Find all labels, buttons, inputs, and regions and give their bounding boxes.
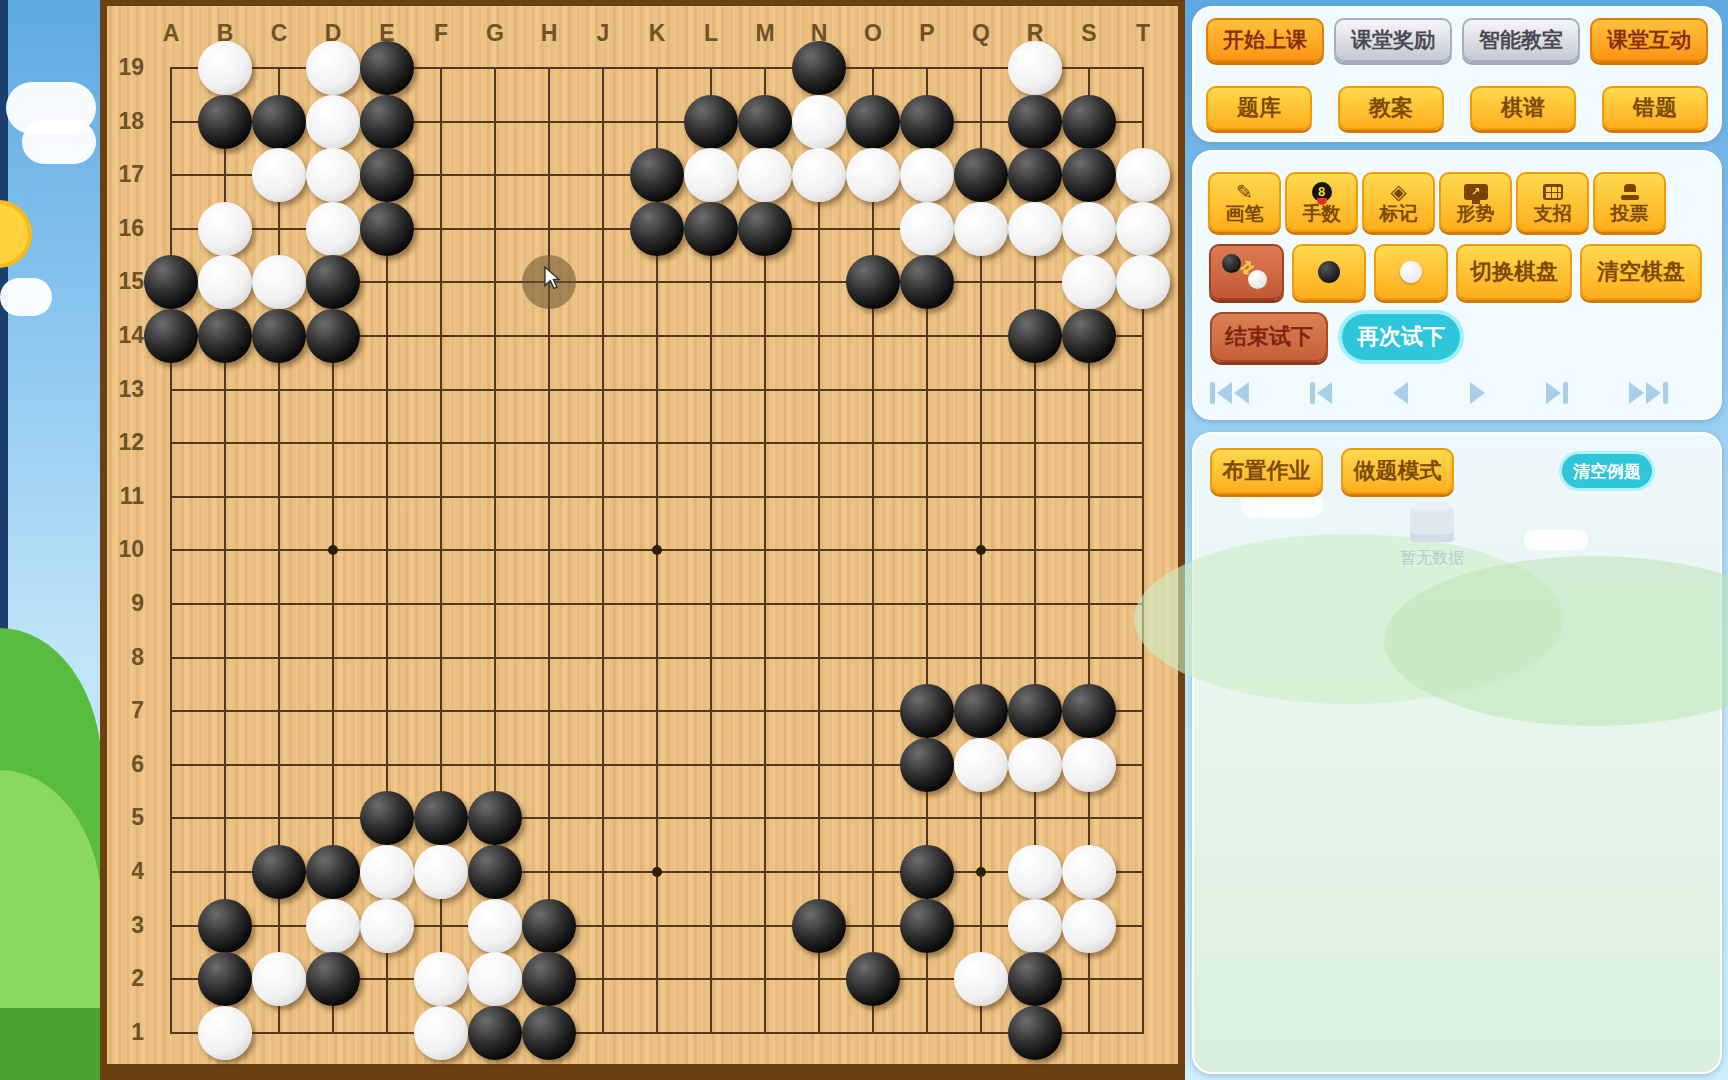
- skip-to-end-button[interactable]: [1629, 378, 1668, 408]
- black-stone: [360, 202, 414, 256]
- column-coordinate: C: [259, 20, 299, 47]
- black-stone: [792, 899, 846, 953]
- grid-line-horizontal: [170, 657, 1144, 659]
- row-coordinate: 16: [102, 215, 144, 242]
- white-stone: [1062, 845, 1116, 899]
- white-stone: [414, 845, 468, 899]
- territory-icon: ↗: [1464, 184, 1488, 200]
- mark-icon: ◈: [1390, 181, 1406, 203]
- start-class-button[interactable]: 开始上课: [1206, 18, 1324, 62]
- switch-board-button[interactable]: 切换棋盘: [1456, 244, 1572, 300]
- mark-button[interactable]: ◈ 标记: [1362, 172, 1435, 232]
- row-coordinate: 14: [102, 322, 144, 349]
- stone-select-row: ⇄ 切换棋盘 清空棋盘: [1209, 244, 1702, 300]
- assign-homework-button[interactable]: 布置作业: [1210, 448, 1323, 494]
- homework-panel: 布置作业 做题模式 清空例题 暂无数据: [1192, 432, 1722, 1074]
- column-coordinate: F: [421, 20, 461, 47]
- black-stone: [900, 255, 954, 309]
- tool-buttons-row: ✎ 画笔 8 手数 ◈ 标记 ↗ 形势 支招 投票: [1208, 172, 1666, 232]
- vote-button[interactable]: 投票: [1593, 172, 1666, 232]
- black-stone: [1008, 95, 1062, 149]
- class-reward-button[interactable]: 课堂奖励: [1334, 18, 1452, 62]
- cloud-illustration: [1240, 492, 1324, 518]
- column-coordinate: J: [583, 20, 623, 47]
- smart-classroom-button[interactable]: 智能教室: [1462, 18, 1580, 62]
- white-stone: [846, 148, 900, 202]
- grid-line-horizontal: [170, 442, 1144, 444]
- row-coordinate: 9: [102, 590, 144, 617]
- star-point: [652, 867, 662, 877]
- row-coordinate: 1: [102, 1019, 144, 1046]
- cloud-decoration: [0, 278, 52, 316]
- black-stone: [252, 95, 306, 149]
- black-stone: [954, 684, 1008, 738]
- black-stone: [468, 791, 522, 845]
- black-stone: [522, 899, 576, 953]
- classroom-row-1: 开始上课 课堂奖励 智能教室 课堂互动: [1206, 18, 1708, 62]
- black-stone: [1062, 309, 1116, 363]
- step-forward-many-button[interactable]: [1546, 378, 1568, 408]
- white-stone: [306, 899, 360, 953]
- row-coordinate: 10: [102, 536, 144, 563]
- white-stone: [1062, 202, 1116, 256]
- white-stone: [1062, 255, 1116, 309]
- black-stone: [252, 845, 306, 899]
- white-stone: [1062, 738, 1116, 792]
- column-coordinate: P: [907, 20, 947, 47]
- hint-icon: [1543, 184, 1563, 200]
- black-stone: [630, 202, 684, 256]
- clear-board-button[interactable]: 清空棋盘: [1580, 244, 1702, 300]
- cloud-illustration: [1524, 530, 1588, 550]
- white-stone: [360, 899, 414, 953]
- territory-label: 形势: [1457, 204, 1495, 224]
- white-stone: [1008, 738, 1062, 792]
- column-coordinate: S: [1069, 20, 1109, 47]
- black-stone: [1008, 684, 1062, 738]
- black-stone: [306, 309, 360, 363]
- star-point: [976, 867, 986, 877]
- black-stone: [684, 95, 738, 149]
- practice-mode-button[interactable]: 做题模式: [1341, 448, 1454, 494]
- black-stone: [900, 684, 954, 738]
- black-stone: [1008, 1006, 1062, 1060]
- row-coordinate: 18: [102, 108, 144, 135]
- row-coordinate: 7: [102, 697, 144, 724]
- white-stone: [1008, 899, 1062, 953]
- empty-state-icon: [1410, 508, 1454, 542]
- grid-line-horizontal: [170, 817, 1144, 819]
- brush-button[interactable]: ✎ 画笔: [1208, 172, 1281, 232]
- white-stone: [468, 899, 522, 953]
- white-stone: [1116, 255, 1170, 309]
- vote-icon: [1621, 184, 1639, 200]
- black-stone: [630, 148, 684, 202]
- trial-row: 结束试下 再次试下: [1210, 312, 1460, 362]
- row-coordinate: 2: [102, 965, 144, 992]
- pencil-icon: ✎: [1236, 181, 1253, 203]
- vote-label: 投票: [1611, 204, 1649, 224]
- black-stone: [954, 148, 1008, 202]
- black-stone: [360, 791, 414, 845]
- black-stone: [1062, 148, 1116, 202]
- white-stone: [954, 202, 1008, 256]
- column-coordinate: Q: [961, 20, 1001, 47]
- column-coordinate: A: [151, 20, 191, 47]
- white-stone: [1116, 148, 1170, 202]
- step-back-button[interactable]: [1393, 378, 1408, 408]
- board-frame: [100, 1064, 1185, 1080]
- row-coordinate: 11: [102, 483, 144, 510]
- question-bank-button[interactable]: 题库: [1206, 86, 1312, 130]
- white-stone: [792, 148, 846, 202]
- board-frame: [1178, 0, 1185, 1080]
- black-stone: [792, 41, 846, 95]
- black-stone: [198, 952, 252, 1006]
- step-forward-button[interactable]: [1470, 378, 1485, 408]
- white-stone: [954, 952, 1008, 1006]
- black-stone: [198, 95, 252, 149]
- hint-button[interactable]: 支招: [1516, 172, 1589, 232]
- black-stone: [360, 95, 414, 149]
- empty-state-text: 暂无数据: [1372, 548, 1492, 569]
- black-stone: [738, 95, 792, 149]
- end-trial-button[interactable]: 结束试下: [1210, 312, 1328, 362]
- white-stone: [198, 255, 252, 309]
- go-board[interactable]: ABCDEFGHJKLMNOPQRST191817161514131211109…: [100, 0, 1185, 1080]
- white-stone-button[interactable]: [1374, 244, 1448, 300]
- white-stone: [414, 1006, 468, 1060]
- star-point: [976, 545, 986, 555]
- homework-row: 布置作业 做题模式: [1210, 448, 1454, 494]
- column-coordinate: T: [1123, 20, 1163, 47]
- white-stone: [468, 952, 522, 1006]
- column-coordinate: M: [745, 20, 785, 47]
- column-coordinate: H: [529, 20, 569, 47]
- row-coordinate: 15: [102, 268, 144, 295]
- white-stone: [792, 95, 846, 149]
- hint-label: 支招: [1534, 204, 1572, 224]
- clear-example-button[interactable]: 清空例题: [1562, 454, 1652, 488]
- window-edge-strip: [0, 0, 8, 640]
- black-stone: [1008, 309, 1062, 363]
- black-stone: [684, 202, 738, 256]
- move-number-label: 手数: [1303, 204, 1341, 224]
- black-stone: [306, 952, 360, 1006]
- black-stone-icon: [1318, 261, 1340, 283]
- black-stone: [1062, 684, 1116, 738]
- board-frame: [100, 0, 1185, 6]
- white-stone: [1008, 41, 1062, 95]
- black-stone: [198, 309, 252, 363]
- black-stone-icon: [1222, 254, 1241, 273]
- white-stone: [360, 845, 414, 899]
- class-interaction-button[interactable]: 课堂互动: [1590, 18, 1708, 62]
- grid-line-horizontal: [170, 389, 1144, 391]
- white-stone: [252, 952, 306, 1006]
- black-stone: [1008, 952, 1062, 1006]
- white-stone: [900, 148, 954, 202]
- column-coordinate: G: [475, 20, 515, 47]
- black-stone: [846, 952, 900, 1006]
- hill-decoration: [0, 1008, 102, 1080]
- white-stone: [198, 41, 252, 95]
- black-stone: [306, 845, 360, 899]
- black-stone: [306, 255, 360, 309]
- black-stone: [414, 791, 468, 845]
- grid-line-horizontal: [170, 1032, 1144, 1034]
- white-stone: [738, 148, 792, 202]
- black-stone: [522, 1006, 576, 1060]
- mouse-cursor: [541, 266, 563, 290]
- column-coordinate: K: [637, 20, 677, 47]
- black-stone: [900, 738, 954, 792]
- skip-to-start-button[interactable]: [1210, 378, 1249, 408]
- white-stone: [306, 148, 360, 202]
- black-stone: [900, 95, 954, 149]
- territory-button[interactable]: ↗ 形势: [1439, 172, 1512, 232]
- row-coordinate: 8: [102, 644, 144, 671]
- wrong-question-button[interactable]: 错题: [1602, 86, 1708, 130]
- white-stone: [306, 41, 360, 95]
- mark-label: 标记: [1380, 204, 1418, 224]
- game-record-button[interactable]: 棋谱: [1470, 86, 1576, 130]
- sun-decoration: [0, 200, 32, 268]
- classroom-panel: 开始上课 课堂奖励 智能教室 课堂互动 题库 教案 棋谱 错题: [1192, 6, 1722, 142]
- white-stone: [306, 202, 360, 256]
- row-coordinate: 3: [102, 912, 144, 939]
- white-stone: [1008, 845, 1062, 899]
- black-stone: [738, 202, 792, 256]
- black-stone: [846, 255, 900, 309]
- black-stone: [846, 95, 900, 149]
- alternate-stone-button[interactable]: ⇄: [1209, 244, 1284, 300]
- row-coordinate: 6: [102, 751, 144, 778]
- white-stone: [198, 202, 252, 256]
- row-coordinate: 17: [102, 161, 144, 188]
- white-stone: [306, 95, 360, 149]
- black-stone: [198, 899, 252, 953]
- move-number-button[interactable]: 8 手数: [1285, 172, 1358, 232]
- playback-controls: [1210, 378, 1668, 408]
- lesson-plan-button[interactable]: 教案: [1338, 86, 1444, 130]
- black-stone: [1062, 95, 1116, 149]
- brush-label: 画笔: [1226, 204, 1264, 224]
- black-stone: [522, 952, 576, 1006]
- black-stone: [900, 899, 954, 953]
- star-point: [652, 545, 662, 555]
- row-coordinate: 5: [102, 804, 144, 831]
- white-stone: [414, 952, 468, 1006]
- row-coordinate: 13: [102, 376, 144, 403]
- move-number-icon: 8: [1312, 182, 1332, 202]
- white-stone: [1116, 202, 1170, 256]
- black-stone: [468, 1006, 522, 1060]
- cloud-decoration: [22, 120, 96, 164]
- white-stone: [900, 202, 954, 256]
- white-stone: [954, 738, 1008, 792]
- black-stone: [468, 845, 522, 899]
- white-stone: [198, 1006, 252, 1060]
- grid-line-horizontal: [170, 496, 1144, 498]
- row-coordinate: 19: [102, 54, 144, 81]
- white-stone-icon: [1400, 261, 1422, 283]
- white-stone: [1008, 202, 1062, 256]
- column-coordinate: O: [853, 20, 893, 47]
- white-stone: [252, 148, 306, 202]
- black-stone: [900, 845, 954, 899]
- retry-trial-button[interactable]: 再次试下: [1342, 314, 1460, 360]
- star-point: [328, 545, 338, 555]
- black-stone: [252, 309, 306, 363]
- black-stone: [144, 255, 198, 309]
- black-stone-button[interactable]: [1292, 244, 1366, 300]
- column-coordinate: L: [691, 20, 731, 47]
- tools-panel: ✎ 画笔 8 手数 ◈ 标记 ↗ 形势 支招 投票 ⇄: [1192, 150, 1722, 420]
- white-stone-icon: [1248, 270, 1267, 289]
- classroom-row-2: 题库 教案 棋谱 错题: [1206, 86, 1708, 130]
- white-stone: [684, 148, 738, 202]
- grid-line-horizontal: [170, 603, 1144, 605]
- black-stone: [360, 41, 414, 95]
- row-coordinate: 12: [102, 429, 144, 456]
- go-teaching-app: { "game": "go", "board": { "size": 19, "…: [0, 0, 1728, 1080]
- row-coordinate: 4: [102, 858, 144, 885]
- black-stone: [144, 309, 198, 363]
- black-stone: [1008, 148, 1062, 202]
- step-back-many-button[interactable]: [1310, 378, 1332, 408]
- white-stone: [252, 255, 306, 309]
- white-stone: [1062, 899, 1116, 953]
- black-stone: [360, 148, 414, 202]
